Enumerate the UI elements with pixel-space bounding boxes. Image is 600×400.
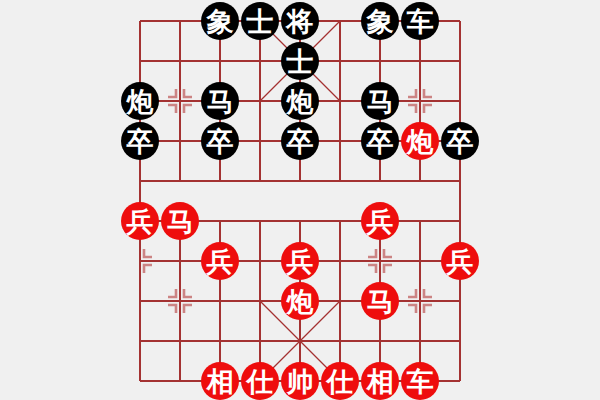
piece-black-soldier[interactable]: 卒 [121, 122, 159, 160]
piece-red-cannon[interactable]: 炮 [281, 282, 319, 320]
piece-black-elephant[interactable]: 象 [361, 2, 399, 40]
piece-black-king[interactable]: 将 [281, 2, 319, 40]
piece-black-soldier[interactable]: 卒 [441, 122, 479, 160]
piece-black-elephant[interactable]: 象 [201, 2, 239, 40]
piece-red-advisor[interactable]: 仕 [241, 362, 279, 400]
piece-red-soldier[interactable]: 兵 [361, 202, 399, 240]
piece-black-horse[interactable]: 马 [201, 82, 239, 120]
piece-red-soldier[interactable]: 兵 [441, 242, 479, 280]
piece-red-cannon[interactable]: 炮 [401, 122, 439, 160]
piece-red-chariot[interactable]: 车 [401, 362, 439, 400]
piece-red-soldier[interactable]: 兵 [281, 242, 319, 280]
piece-red-elephant[interactable]: 相 [361, 362, 399, 400]
piece-red-advisor[interactable]: 仕 [321, 362, 359, 400]
piece-black-advisor[interactable]: 士 [241, 2, 279, 40]
piece-black-cannon[interactable]: 炮 [281, 82, 319, 120]
piece-red-king[interactable]: 帅 [281, 362, 319, 400]
piece-black-advisor[interactable]: 士 [281, 42, 319, 80]
xiangqi-board: 象士将象车士炮马炮马卒卒卒卒炮卒兵马兵兵兵兵炮马相仕帅仕相车 [0, 0, 600, 400]
piece-black-soldier[interactable]: 卒 [201, 122, 239, 160]
piece-red-soldier[interactable]: 兵 [121, 202, 159, 240]
piece-black-soldier[interactable]: 卒 [281, 122, 319, 160]
piece-black-chariot[interactable]: 车 [401, 2, 439, 40]
piece-red-elephant[interactable]: 相 [201, 362, 239, 400]
piece-red-soldier[interactable]: 兵 [201, 242, 239, 280]
pieces-grid: 象士将象车士炮马炮马卒卒卒卒炮卒兵马兵兵兵兵炮马相仕帅仕相车 [120, 1, 480, 400]
piece-red-horse[interactable]: 马 [361, 282, 399, 320]
piece-black-cannon[interactable]: 炮 [121, 82, 159, 120]
piece-red-horse[interactable]: 马 [161, 202, 199, 240]
piece-black-soldier[interactable]: 卒 [361, 122, 399, 160]
piece-black-horse[interactable]: 马 [361, 82, 399, 120]
